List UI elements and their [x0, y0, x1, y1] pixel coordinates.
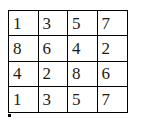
grid-cell-r3c0: 1	[9, 87, 39, 112]
grid-cell-r2c3: 6	[98, 62, 128, 87]
table-corner-handle	[8, 114, 11, 117]
grid-cell-r0c2: 5	[68, 11, 98, 36]
grid-cell-r1c3: 2	[98, 36, 128, 61]
grid-cell-r0c0: 1	[9, 11, 39, 36]
grid-cell-r0c1: 3	[39, 11, 69, 36]
grid-cell-r3c2: 5	[68, 87, 98, 112]
grid-cell-r0c3: 7	[98, 11, 128, 36]
grid-cell-r2c0: 4	[9, 62, 39, 87]
number-grid: 1 3 5 7 8 6 4 2 4 2 8 6 1 3 5 7	[8, 10, 128, 113]
grid-cell-r1c0: 8	[9, 36, 39, 61]
grid-cell-r1c1: 6	[39, 36, 69, 61]
grid-cell-r2c2: 8	[68, 62, 98, 87]
grid-cell-r1c2: 4	[68, 36, 98, 61]
grid-cell-r2c1: 2	[39, 62, 69, 87]
grid-cell-r3c3: 7	[98, 87, 128, 112]
grid-cell-r3c1: 3	[39, 87, 69, 112]
